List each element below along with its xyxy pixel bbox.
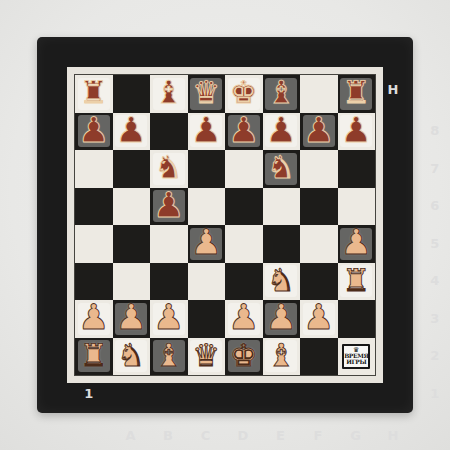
square-g2[interactable]: ♟ [300, 300, 338, 338]
square-b4[interactable] [113, 225, 151, 263]
square-b1[interactable]: ♞ [113, 338, 151, 376]
chess-demonstration-board: ABCDEFGH ABCDEFGH 87654321 87654321 ♜♝♛♚… [37, 37, 413, 413]
square-c5[interactable]: ♟ [150, 188, 188, 226]
black-pawn[interactable]: ♟ [78, 113, 109, 148]
square-c1[interactable]: ♝ [150, 338, 188, 376]
square-a5[interactable] [75, 188, 113, 226]
square-h1[interactable]: ♛ ВРЕМЯ ИГРЫ [338, 338, 376, 376]
white-knight[interactable]: ♞ [267, 265, 295, 296]
square-a6[interactable] [75, 150, 113, 188]
square-h2[interactable] [338, 300, 376, 338]
white-king[interactable]: ♚ [230, 340, 258, 371]
brand-logo: ♛ ВРЕМЯ ИГРЫ [342, 344, 370, 369]
white-bishop[interactable]: ♝ [267, 340, 295, 371]
square-e6[interactable] [225, 150, 263, 188]
square-f4[interactable] [263, 225, 301, 263]
square-f8[interactable]: ♝ [263, 75, 301, 113]
white-pawn[interactable]: ♟ [116, 300, 147, 335]
rank-label: 2 [420, 337, 450, 375]
black-pawn[interactable]: ♟ [153, 188, 184, 223]
white-queen[interactable]: ♛ [192, 340, 220, 371]
black-knight[interactable]: ♞ [155, 152, 183, 183]
black-pawn[interactable]: ♟ [303, 113, 334, 148]
file-label: G [337, 420, 375, 450]
white-bishop[interactable]: ♝ [155, 340, 183, 371]
square-d8[interactable]: ♛ [188, 75, 226, 113]
file-label: D [225, 420, 263, 450]
white-rook[interactable]: ♜ [80, 340, 108, 371]
rank-label: 4 [420, 262, 450, 300]
board-grid: ♜♝♛♚♝♜♟♟♟♟♟♟♟♞♞♟♟♟♞♜♟♟♟♟♟♟♜♞♝♛♚♝ ♛ ВРЕМЯ… [75, 75, 375, 375]
black-pawn[interactable]: ♟ [228, 113, 259, 148]
square-d5[interactable] [188, 188, 226, 226]
white-knight[interactable]: ♞ [117, 340, 145, 371]
rank-label: 7 [420, 150, 450, 188]
black-queen[interactable]: ♛ [192, 77, 220, 108]
square-a3[interactable] [75, 263, 113, 301]
square-g8[interactable] [300, 75, 338, 113]
board-inner-margin: ♜♝♛♚♝♜♟♟♟♟♟♟♟♞♞♟♟♟♞♜♟♟♟♟♟♟♜♞♝♛♚♝ ♛ ВРЕМЯ… [67, 67, 383, 383]
white-pawn[interactable]: ♟ [191, 225, 222, 260]
square-h7[interactable]: ♟ [338, 113, 376, 151]
black-king[interactable]: ♚ [230, 77, 258, 108]
square-d6[interactable] [188, 150, 226, 188]
square-e1[interactable]: ♚ [225, 338, 263, 376]
square-g7[interactable]: ♟ [300, 113, 338, 151]
white-rook[interactable]: ♜ [342, 265, 370, 296]
square-c2[interactable]: ♟ [150, 300, 188, 338]
rank-label: 1 [420, 375, 450, 413]
square-d2[interactable] [188, 300, 226, 338]
square-b2[interactable]: ♟ [113, 300, 151, 338]
square-b5[interactable] [113, 188, 151, 226]
brand-logo-line2: ИГРЫ [346, 359, 366, 365]
square-a7[interactable]: ♟ [75, 113, 113, 151]
square-c6[interactable]: ♞ [150, 150, 188, 188]
black-rook[interactable]: ♜ [342, 77, 370, 108]
square-d7[interactable]: ♟ [188, 113, 226, 151]
black-pawn[interactable]: ♟ [266, 113, 297, 148]
square-c8[interactable]: ♝ [150, 75, 188, 113]
square-f1[interactable]: ♝ [263, 338, 301, 376]
square-d4[interactable]: ♟ [188, 225, 226, 263]
square-a4[interactable] [75, 225, 113, 263]
file-label: A [112, 420, 150, 450]
square-f2[interactable]: ♟ [263, 300, 301, 338]
white-pawn[interactable]: ♟ [78, 300, 109, 335]
square-c7[interactable] [150, 113, 188, 151]
square-a8[interactable]: ♜ [75, 75, 113, 113]
square-f6[interactable]: ♞ [263, 150, 301, 188]
white-pawn[interactable]: ♟ [341, 225, 372, 260]
square-b8[interactable] [113, 75, 151, 113]
square-g6[interactable] [300, 150, 338, 188]
rank-label: 5 [420, 225, 450, 263]
white-pawn[interactable]: ♟ [228, 300, 259, 335]
rank-label: 3 [420, 300, 450, 338]
black-rook[interactable]: ♜ [80, 77, 108, 108]
white-pawn[interactable]: ♟ [303, 300, 334, 335]
rank-label: 8 [420, 112, 450, 150]
square-e5[interactable] [225, 188, 263, 226]
square-b3[interactable] [113, 263, 151, 301]
square-h5[interactable] [338, 188, 376, 226]
file-label: E [262, 420, 300, 450]
square-h8[interactable]: ♜ [338, 75, 376, 113]
square-b6[interactable] [113, 150, 151, 188]
square-g3[interactable] [300, 263, 338, 301]
square-d3[interactable] [188, 263, 226, 301]
rank-label: 6 [420, 187, 450, 225]
square-d1[interactable]: ♛ [188, 338, 226, 376]
white-pawn[interactable]: ♟ [266, 300, 297, 335]
square-c3[interactable] [150, 263, 188, 301]
square-e4[interactable] [225, 225, 263, 263]
file-label: H [375, 420, 413, 450]
black-pawn[interactable]: ♟ [341, 113, 372, 148]
file-label: B [150, 420, 188, 450]
file-label: F [300, 420, 338, 450]
square-h6[interactable] [338, 150, 376, 188]
square-a2[interactable]: ♟ [75, 300, 113, 338]
white-pawn[interactable]: ♟ [153, 300, 184, 335]
file-label: C [187, 420, 225, 450]
square-c4[interactable] [150, 225, 188, 263]
square-f3[interactable]: ♞ [263, 263, 301, 301]
rank-labels-right: 87654321 [420, 112, 450, 412]
black-bishop[interactable]: ♝ [267, 77, 295, 108]
square-g1[interactable] [300, 338, 338, 376]
square-e7[interactable]: ♟ [225, 113, 263, 151]
photo-background: ABCDEFGH ABCDEFGH 87654321 87654321 ♜♝♛♚… [0, 0, 450, 450]
square-a1[interactable]: ♜ [75, 338, 113, 376]
square-e3[interactable] [225, 263, 263, 301]
square-b7[interactable]: ♟ [113, 113, 151, 151]
square-f5[interactable] [263, 188, 301, 226]
square-g5[interactable] [300, 188, 338, 226]
black-knight[interactable]: ♞ [267, 152, 295, 183]
square-h3[interactable]: ♜ [338, 263, 376, 301]
square-h4[interactable]: ♟ [338, 225, 376, 263]
square-e2[interactable]: ♟ [225, 300, 263, 338]
file-labels-bottom: ABCDEFGH [112, 420, 412, 450]
black-bishop[interactable]: ♝ [155, 77, 183, 108]
black-pawn[interactable]: ♟ [191, 113, 222, 148]
square-e8[interactable]: ♚ [225, 75, 263, 113]
square-f7[interactable]: ♟ [263, 113, 301, 151]
black-pawn[interactable]: ♟ [116, 113, 147, 148]
square-g4[interactable] [300, 225, 338, 263]
